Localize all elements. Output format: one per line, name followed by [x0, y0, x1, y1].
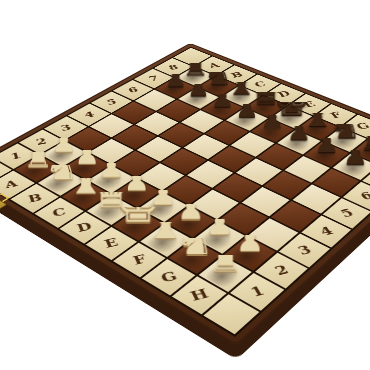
rank-label-5-right-text: 5: [337, 206, 356, 220]
file-label-e-near-text: E: [103, 236, 121, 251]
pawn-glyph-icon: ♟: [235, 96, 258, 122]
file-label-f-near-text: F: [131, 252, 149, 268]
pawn-glyph-icon: ♟: [314, 129, 339, 157]
rank-label-6-right: 6: [343, 182, 370, 211]
rank-label-6-right-text: 6: [357, 189, 370, 202]
square-h7[interactable]: ♟: [333, 154, 370, 180]
file-label-g-near-text: G: [158, 268, 179, 285]
rank-label-5-left-text: 5: [105, 97, 118, 107]
file-label-a-near-text: A: [4, 178, 19, 191]
file-label-b-near-text: B: [26, 191, 43, 205]
pawn-glyph-icon: ♟: [287, 118, 311, 145]
file-label-d-near-text: D: [75, 220, 94, 235]
rank-label-4-right-text: 4: [317, 224, 336, 239]
pawn-glyph-icon: ♟: [261, 106, 285, 133]
rank-label-1-left-text: 1: [9, 150, 23, 162]
rank-label-1-right-text: 1: [247, 283, 267, 300]
board-grid: ABCDEFGH8♜♞♝♛♚♝♞♜87♟♟♟♟♟♟♟♟7665544332♟♟♟…: [0, 47, 370, 337]
rank-label-7-left-text: 7: [147, 74, 160, 83]
square-c4[interactable]: [137, 137, 181, 162]
rook-glyph-icon: ♜: [207, 237, 243, 277]
rank-label-2-right-text: 2: [272, 262, 292, 278]
file-label-c-near-text: C: [51, 205, 68, 219]
pawn-glyph-icon: ♟: [211, 85, 234, 111]
rank-label-6-left-text: 6: [126, 85, 139, 94]
photo-stage: ABCDEFGH8♜♞♝♛♚♝♞♜87♟♟♟♟♟♟♟♟7665544332♟♟♟…: [0, 0, 370, 370]
rank-label-3-right-text: 3: [295, 242, 315, 257]
rank-label-4-left-text: 4: [82, 110, 95, 120]
board-frame: ABCDEFGH8♜♞♝♛♚♝♞♜87♟♟♟♟♟♟♟♟7665544332♟♟♟…: [0, 43, 370, 346]
pawn-glyph-icon: ♟: [187, 75, 210, 100]
pawn-glyph-icon: ♟: [343, 141, 368, 169]
chess-board: ABCDEFGH8♜♞♝♛♚♝♞♜87♟♟♟♟♟♟♟♟7665544332♟♟♟…: [0, 43, 370, 346]
file-label-h-near-text: H: [188, 286, 212, 304]
